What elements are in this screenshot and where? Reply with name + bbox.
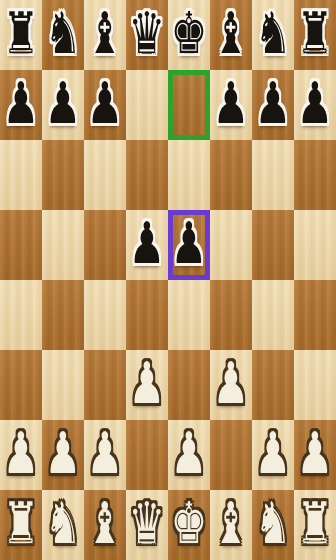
- piece-white-knight: ♞: [45, 490, 82, 560]
- square-h8[interactable]: ♜: [294, 0, 336, 70]
- square-g6[interactable]: [252, 140, 294, 210]
- square-h7[interactable]: ♟: [294, 70, 336, 140]
- piece-black-pawn: ♟: [3, 70, 40, 140]
- square-h1[interactable]: ♜: [294, 490, 336, 560]
- square-d4[interactable]: [126, 280, 168, 350]
- square-e5[interactable]: ♟: [168, 210, 210, 280]
- piece-white-bishop: ♝: [87, 490, 124, 560]
- piece-black-knight: ♞: [45, 0, 82, 70]
- square-f4[interactable]: [210, 280, 252, 350]
- square-f3[interactable]: ♟: [210, 350, 252, 420]
- piece-black-knight: ♞: [255, 0, 292, 70]
- square-b1[interactable]: ♞: [42, 490, 84, 560]
- piece-white-pawn: ♟: [87, 420, 124, 490]
- square-a4[interactable]: [0, 280, 42, 350]
- square-e7[interactable]: [168, 70, 210, 140]
- square-f5[interactable]: [210, 210, 252, 280]
- square-b8[interactable]: ♞: [42, 0, 84, 70]
- square-g8[interactable]: ♞: [252, 0, 294, 70]
- square-c2[interactable]: ♟: [84, 420, 126, 490]
- square-c5[interactable]: [84, 210, 126, 280]
- square-g3[interactable]: [252, 350, 294, 420]
- square-a8[interactable]: ♜: [0, 0, 42, 70]
- square-e2[interactable]: ♟: [168, 420, 210, 490]
- chess-board: ♜♞♝♛♚♝♞♜♟♟♟♟♟♟♟♟♟♟♟♟♟♟♟♟♜♞♝♛♚♝♞♜: [0, 0, 336, 560]
- square-a3[interactable]: [0, 350, 42, 420]
- square-a1[interactable]: ♜: [0, 490, 42, 560]
- square-d5[interactable]: ♟: [126, 210, 168, 280]
- square-h2[interactable]: ♟: [294, 420, 336, 490]
- piece-black-pawn: ♟: [255, 70, 292, 140]
- piece-black-pawn: ♟: [171, 210, 208, 280]
- square-e4[interactable]: [168, 280, 210, 350]
- piece-white-pawn: ♟: [171, 420, 208, 490]
- square-b2[interactable]: ♟: [42, 420, 84, 490]
- square-f6[interactable]: [210, 140, 252, 210]
- square-d7[interactable]: [126, 70, 168, 140]
- square-f2[interactable]: [210, 420, 252, 490]
- square-d6[interactable]: [126, 140, 168, 210]
- piece-white-pawn: ♟: [129, 350, 166, 420]
- square-g4[interactable]: [252, 280, 294, 350]
- piece-black-queen: ♛: [129, 0, 166, 70]
- square-d2[interactable]: [126, 420, 168, 490]
- square-g5[interactable]: [252, 210, 294, 280]
- square-f1[interactable]: ♝: [210, 490, 252, 560]
- piece-black-pawn: ♟: [297, 70, 334, 140]
- piece-black-pawn: ♟: [129, 210, 166, 280]
- piece-black-bishop: ♝: [213, 0, 250, 70]
- square-g1[interactable]: ♞: [252, 490, 294, 560]
- square-c7[interactable]: ♟: [84, 70, 126, 140]
- square-f7[interactable]: ♟: [210, 70, 252, 140]
- piece-white-queen: ♛: [129, 490, 166, 560]
- piece-black-king: ♚: [171, 0, 208, 70]
- piece-white-pawn: ♟: [45, 420, 82, 490]
- piece-white-rook: ♜: [3, 490, 40, 560]
- piece-white-pawn: ♟: [297, 420, 334, 490]
- square-e3[interactable]: [168, 350, 210, 420]
- square-e1[interactable]: ♚: [168, 490, 210, 560]
- piece-white-rook: ♜: [297, 490, 334, 560]
- square-e8[interactable]: ♚: [168, 0, 210, 70]
- square-a6[interactable]: [0, 140, 42, 210]
- square-b5[interactable]: [42, 210, 84, 280]
- square-c3[interactable]: [84, 350, 126, 420]
- square-b3[interactable]: [42, 350, 84, 420]
- square-e6[interactable]: [168, 140, 210, 210]
- piece-white-pawn: ♟: [255, 420, 292, 490]
- piece-white-pawn: ♟: [213, 350, 250, 420]
- piece-black-rook: ♜: [3, 0, 40, 70]
- square-h5[interactable]: [294, 210, 336, 280]
- square-a5[interactable]: [0, 210, 42, 280]
- square-c4[interactable]: [84, 280, 126, 350]
- square-g7[interactable]: ♟: [252, 70, 294, 140]
- square-h6[interactable]: [294, 140, 336, 210]
- piece-white-knight: ♞: [255, 490, 292, 560]
- piece-black-pawn: ♟: [213, 70, 250, 140]
- square-c6[interactable]: [84, 140, 126, 210]
- square-d3[interactable]: ♟: [126, 350, 168, 420]
- square-b6[interactable]: [42, 140, 84, 210]
- square-f8[interactable]: ♝: [210, 0, 252, 70]
- square-h3[interactable]: [294, 350, 336, 420]
- square-h4[interactable]: [294, 280, 336, 350]
- square-b4[interactable]: [42, 280, 84, 350]
- square-d1[interactable]: ♛: [126, 490, 168, 560]
- piece-black-rook: ♜: [297, 0, 334, 70]
- square-c8[interactable]: ♝: [84, 0, 126, 70]
- square-b7[interactable]: ♟: [42, 70, 84, 140]
- piece-white-pawn: ♟: [3, 420, 40, 490]
- piece-black-pawn: ♟: [45, 70, 82, 140]
- piece-black-pawn: ♟: [87, 70, 124, 140]
- piece-black-bishop: ♝: [87, 0, 124, 70]
- square-d8[interactable]: ♛: [126, 0, 168, 70]
- square-a7[interactable]: ♟: [0, 70, 42, 140]
- square-g2[interactable]: ♟: [252, 420, 294, 490]
- piece-white-bishop: ♝: [213, 490, 250, 560]
- square-c1[interactable]: ♝: [84, 490, 126, 560]
- square-a2[interactable]: ♟: [0, 420, 42, 490]
- piece-white-king: ♚: [171, 490, 208, 560]
